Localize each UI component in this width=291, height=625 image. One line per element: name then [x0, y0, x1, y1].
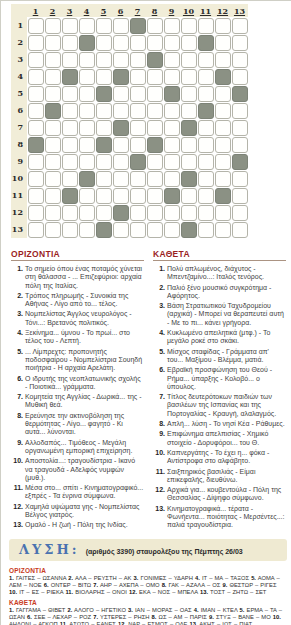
grid-cell-9-8[interactable]: [147, 154, 163, 170]
grid-cell-3-12[interactable]: [215, 52, 231, 68]
grid-cell-7-1[interactable]: [28, 120, 44, 136]
grid-cell-11-13[interactable]: [232, 188, 248, 204]
grid-cell-6-13[interactable]: [232, 103, 248, 119]
grid-cell-11-1[interactable]: [28, 188, 44, 204]
grid-cell-9-6[interactable]: [113, 154, 129, 170]
across-clue-text-10: Αποστολία...: τραγουδίστρια - Ικανό να τ…: [25, 457, 144, 482]
grid-cell-10-7[interactable]: [130, 171, 146, 187]
grid-block-cell-10-4: [79, 171, 95, 187]
across-clue-text-1: Το σημείο όπου ένας ποταμός χύνεται στη …: [25, 265, 144, 290]
grid-cell-2-3[interactable]: [62, 35, 78, 51]
grid-cell-3-3[interactable]: [62, 52, 78, 68]
across-clue-text-2: Τρόπος πληρωμής - Συνοικία της Αθήνας - …: [25, 292, 144, 309]
grid-cell-7-3[interactable]: [62, 120, 78, 136]
grid-cell-10-5[interactable]: [96, 171, 112, 187]
grid-block-cell-5-13: [232, 86, 248, 102]
across-clue-3: 3.Νομπελίστας Άγγλος νευρολόγος - Τόνι..…: [11, 310, 144, 327]
solution-down-header: ΚΑΘΕΤΑ: [9, 599, 285, 606]
solution-entry-number: 4.: [195, 575, 200, 581]
grid-cell-10-2[interactable]: [45, 171, 61, 187]
grid-cell-7-9[interactable]: [164, 120, 180, 136]
grid-cell-1-8[interactable]: [147, 18, 163, 34]
grid-cell-12-13[interactable]: [232, 205, 248, 221]
grid-cell-13-7[interactable]: [130, 222, 146, 238]
row-label-1: 1: [11, 17, 27, 34]
row-label-9: 9: [11, 153, 27, 170]
grid-cell-3-5[interactable]: [96, 52, 112, 68]
down-clue-number-2: 2.: [153, 284, 167, 301]
col-label-3: 3: [61, 4, 78, 17]
grid-cell-5-7[interactable]: [130, 86, 146, 102]
grid-cell-8-12[interactable]: [215, 137, 231, 153]
grid-cell-12-5[interactable]: [96, 205, 112, 221]
grid-cell-5-4[interactable]: [79, 86, 95, 102]
grid-cell-12-7[interactable]: [130, 205, 146, 221]
solution-entry-number: 6.: [27, 614, 32, 620]
down-clue-text-3: Βάση Στρατιωτικού Ταχυδρομείου (αρχικά) …: [167, 302, 286, 327]
grid-block-cell-12-6: [113, 205, 129, 221]
down-clue-number-1: 1.: [153, 265, 167, 282]
grid-cell-9-5[interactable]: [96, 154, 112, 170]
solution-entry-number: 3.: [134, 575, 139, 581]
col-label-1: 1: [27, 4, 44, 17]
solution-entry-number: 6.: [44, 582, 49, 588]
grid-cell-7-13[interactable]: [232, 120, 248, 136]
grid-cell-9-1[interactable]: [28, 154, 44, 170]
down-clue-number-13: 13.: [153, 505, 167, 530]
across-clue-13: 13.Ομαλό - Η ζωή - Πόλη της Ινδίας.: [11, 521, 144, 529]
solution-banner: ΛΥΣΗ: (αριθμός 3390) σταυρολέξου της Πέμ…: [9, 539, 287, 561]
grid-cell-2-1[interactable]: [28, 35, 44, 51]
across-clue-number-11: 11.: [11, 484, 25, 501]
grid-cell-9-2[interactable]: [45, 154, 61, 170]
solution-across-header: ΟΡΙΖΟΝΤΙΑ: [9, 567, 285, 574]
across-clue-text-11: Μέσα στο... σπίτι - Κινηματογραφικό... ε…: [25, 484, 144, 501]
grid-cell-11-4[interactable]: [79, 188, 95, 204]
down-clue-3: 3.Βάση Στρατιωτικού Ταχυδρομείου (αρχικά…: [153, 302, 286, 327]
grid-cell-6-1[interactable]: [28, 103, 44, 119]
across-clue-12: 12.Χαμηλά υψώματα γης - Νομπελίστας Βέλγ…: [11, 503, 144, 520]
grid-cell-6-8[interactable]: [147, 103, 163, 119]
grid-block-cell-5-5: [96, 86, 112, 102]
grid-block-cell-6-11: [198, 103, 214, 119]
grid-cell-7-5[interactable]: [96, 120, 112, 136]
grid-cell-10-8[interactable]: [147, 171, 163, 187]
solution-entry-number: 9.: [222, 582, 227, 588]
grid-cell-1-9[interactable]: [164, 18, 180, 34]
solution-entry-number: 11.: [65, 589, 73, 595]
across-clue-number-12: 12.: [11, 503, 25, 520]
down-clue-number-6: 6.: [153, 366, 167, 391]
grid-cell-7-8[interactable]: [147, 120, 163, 136]
col-label-7: 7: [129, 4, 146, 17]
grid-cell-13-13[interactable]: [232, 222, 248, 238]
solution-entry-number: 2.: [67, 607, 72, 613]
grid-cell-1-11[interactable]: [198, 18, 214, 34]
solution-entry-number: 5.: [251, 575, 256, 581]
across-clue-7: 7.Κομητεία της Αγγλίας - Δωρικά... της -…: [11, 393, 144, 410]
row-label-7: 7: [11, 119, 27, 136]
col-label-6: 6: [112, 4, 129, 17]
across-header: ΟΡΙΖΟΝΤΙΑ: [11, 249, 144, 261]
across-clue-number-9: 9.: [11, 439, 25, 456]
grid-cell-3-4[interactable]: [79, 52, 95, 68]
grid-cell-11-8[interactable]: [147, 188, 163, 204]
down-clue-1: 1.Πολύ απλωμένος, διάχυτος - Μπεντζαμίνο…: [153, 265, 286, 282]
grid-cell-13-11[interactable]: [198, 222, 214, 238]
row-label-13: 13: [11, 221, 27, 238]
grid-cell-9-9[interactable]: [164, 154, 180, 170]
col-label-12: 12: [214, 4, 231, 17]
grid-cell-6-10[interactable]: [181, 103, 197, 119]
grid-cell-4-4[interactable]: [79, 69, 95, 85]
grid-cell-5-2[interactable]: [45, 86, 61, 102]
grid-cell-3-1[interactable]: [28, 52, 44, 68]
grid-cell-11-10[interactable]: [181, 188, 197, 204]
down-clue-number-9: 9.: [153, 430, 167, 447]
down-clue-5: 5.Μίσχος σταφίδας - Γράμματα απ' του... …: [153, 348, 286, 365]
down-header: ΚΑΘΕΤΑ: [153, 249, 286, 261]
grid-block-cell-1-7: [130, 18, 146, 34]
grid-cell-2-5[interactable]: [96, 35, 112, 51]
col-label-2: 2: [44, 4, 61, 17]
grid-cell-8-4[interactable]: [79, 137, 95, 153]
across-clue-number-7: 7.: [11, 393, 25, 410]
grid-cell-8-10[interactable]: [181, 137, 197, 153]
grid-cell-2-8[interactable]: [147, 35, 163, 51]
grid-cell-11-7[interactable]: [130, 188, 146, 204]
grid-cell-6-5[interactable]: [96, 103, 112, 119]
crossword-board: 1234567891011121312345678910111213: [11, 4, 291, 238]
grid-block-cell-7-10: [181, 120, 197, 136]
solution-entry-number: 13.: [200, 589, 208, 595]
solution-entry-number: 5.: [240, 607, 245, 613]
down-clue-text-4: Κυκλωμένο απειλητικά (μτφ.) - Το μεγάλο …: [167, 329, 286, 346]
grid-cell-4-8[interactable]: [147, 69, 163, 85]
grid-cell-11-2[interactable]: [45, 188, 61, 204]
grid-block-cell-5-9: [164, 86, 180, 102]
solution-entry-number: 1.: [9, 607, 14, 613]
grid-cell-1-10[interactable]: [181, 18, 197, 34]
grid-block-cell-3-8: [147, 52, 163, 68]
grid-cell-5-8[interactable]: [147, 86, 163, 102]
grid-cell-5-3[interactable]: [62, 86, 78, 102]
grid-cell-13-4[interactable]: [79, 222, 95, 238]
col-label-10: 10: [180, 4, 197, 17]
row-label-8: 8: [11, 136, 27, 153]
grid-cell-10-1[interactable]: [28, 171, 44, 187]
down-clue-number-5: 5.: [153, 348, 167, 365]
across-clue-number-2: 2.: [11, 292, 25, 309]
grid-cell-8-6[interactable]: [113, 137, 129, 153]
down-clue-number-8: 8.: [153, 420, 167, 428]
grid-cell-2-2[interactable]: [45, 35, 61, 51]
grid-cell-9-4[interactable]: [79, 154, 95, 170]
across-clue-number-4: 4.: [11, 329, 25, 346]
grid-cell-12-8[interactable]: [147, 205, 163, 221]
across-clue-number-10: 10.: [11, 457, 25, 482]
down-clue-4: 4.Κυκλωμένο απειλητικά (μτφ.) - Το μεγάλ…: [153, 329, 286, 346]
down-clue-text-5: Μίσχος σταφίδας - Γράμματα απ' του... Μα…: [167, 348, 286, 365]
clues-section: ΟΡΙΖΟΝΤΙΑ 1.Το σημείο όπου ένας ποταμός …: [1, 249, 291, 532]
grid-cell-4-9[interactable]: [164, 69, 180, 85]
grid-cell-11-5[interactable]: [96, 188, 112, 204]
across-clue-number-1: 1.: [11, 265, 25, 290]
across-clue-6: 6.Ο ιδρυτής της νεοπλατωνικής σχολής - Π…: [11, 375, 144, 392]
grid-cell-3-6[interactable]: [113, 52, 129, 68]
down-clue-number-3: 3.: [153, 302, 167, 327]
grid-cell-1-12[interactable]: [215, 18, 231, 34]
grid-cell-2-12[interactable]: [215, 35, 231, 51]
row-label-2: 2: [11, 34, 27, 51]
grid-cell-4-1[interactable]: [28, 69, 44, 85]
grid-cell-13-1[interactable]: [28, 222, 44, 238]
grid-cell-3-7[interactable]: [130, 52, 146, 68]
grid-cell-3-11[interactable]: [198, 52, 214, 68]
grid-cell-7-12[interactable]: [215, 120, 231, 136]
grid-cell-9-10[interactable]: [181, 154, 197, 170]
grid-cell-2-9[interactable]: [164, 35, 180, 51]
down-clue-text-9: Επιφώνημα απελπισίας - Χημικό στοιχείο -…: [167, 430, 286, 447]
grid-cell-1-6[interactable]: [113, 18, 129, 34]
down-clue-8: 8.Απλή... λύση - Το νησί Κέα - Ράθυμες.: [153, 420, 286, 428]
grid-block-cell-11-9: [164, 188, 180, 204]
grid-block-cell-2-4: [79, 35, 95, 51]
grid-cell-2-7[interactable]: [130, 35, 146, 51]
grid-cell-4-7[interactable]: [130, 69, 146, 85]
across-clue-text-13: Ομαλό - Η ζωή - Πόλη της Ινδίας.: [25, 521, 144, 529]
grid-cell-3-9[interactable]: [164, 52, 180, 68]
grid-cell-8-9[interactable]: [164, 137, 180, 153]
grid-cell-8-13[interactable]: [232, 137, 248, 153]
solution-entry-number: 7.: [93, 582, 98, 588]
across-clue-text-6: Ο ιδρυτής της νεοπλατωνικής σχολής - Ποι…: [25, 375, 144, 392]
board-corner: [11, 4, 27, 17]
solution-entry-number: 10.: [273, 614, 281, 620]
across-clue-number-13: 13.: [11, 521, 25, 529]
grid-cell-10-9[interactable]: [164, 171, 180, 187]
row-label-3: 3: [11, 51, 27, 68]
solution-entry-number: 12.: [129, 589, 137, 595]
down-clue-number-10: 10.: [153, 449, 167, 466]
grid-cell-6-7[interactable]: [130, 103, 146, 119]
grid-cell-4-2[interactable]: [45, 69, 61, 85]
grid-cell-3-13[interactable]: [232, 52, 248, 68]
row-label-6: 6: [11, 102, 27, 119]
grid-block-cell-2-11: [198, 35, 214, 51]
down-clue-2: 2.Παλιό ξένο μουσικό συγκρότημα - Αφόρητ…: [153, 284, 286, 301]
grid-cell-4-5[interactable]: [96, 69, 112, 85]
grid-cell-9-11[interactable]: [198, 154, 214, 170]
grid-cell-10-11[interactable]: [198, 171, 214, 187]
grid-cell-10-6[interactable]: [113, 171, 129, 187]
grid-cell-5-11[interactable]: [198, 86, 214, 102]
grid-cell-10-12[interactable]: [215, 171, 231, 187]
grid-block-cell-6-2: [45, 103, 61, 119]
solution-section: ΟΡΙΖΟΝΤΙΑ 1. ΓΑΙΤΕΣ – ΩΣΑΝΝΑ 2. ΑΛΑ – ΡΕ…: [1, 561, 291, 625]
col-label-11: 11: [197, 4, 214, 17]
grid-block-cell-11-12: [215, 188, 231, 204]
grid-cell-1-1[interactable]: [28, 18, 44, 34]
grid-block-cell-10-10: [181, 171, 197, 187]
grid-cell-12-1[interactable]: [28, 205, 44, 221]
down-clue-text-10: Καπνεργάτης - Το έχει η... φόκα - Αντίστ…: [167, 449, 286, 466]
grid-cell-10-3[interactable]: [62, 171, 78, 187]
grid-cell-10-13[interactable]: [232, 171, 248, 187]
grid-cell-3-2[interactable]: [45, 52, 61, 68]
grid-cell-7-4[interactable]: [79, 120, 95, 136]
grid-cell-12-4[interactable]: [79, 205, 95, 221]
grid-cell-4-13[interactable]: [232, 69, 248, 85]
grid-cell-12-11[interactable]: [198, 205, 214, 221]
across-clue-number-6: 6.: [11, 375, 25, 392]
grid-cell-13-9[interactable]: [164, 222, 180, 238]
grid-cell-6-4[interactable]: [79, 103, 95, 119]
grid-cell-5-10[interactable]: [181, 86, 197, 102]
solution-entry-number: 9.: [209, 614, 214, 620]
down-clue-6: 6.Εβραϊκή προσφώνηση του Θεού - Ρήμα... …: [153, 366, 286, 391]
grid-cell-4-10[interactable]: [181, 69, 197, 85]
grid-cell-13-8[interactable]: [147, 222, 163, 238]
grid-cell-13-2[interactable]: [45, 222, 61, 238]
across-clue-text-4: Ξεκίνημα... ύμνου - Το πρωί... στο τέλος…: [25, 329, 144, 346]
down-clue-text-6: Εβραϊκή προσφώνηση του Θεού - Ρήμα... ύπ…: [167, 366, 286, 391]
row-label-4: 4: [11, 68, 27, 85]
row-label-11: 11: [11, 187, 27, 204]
down-clue-text-1: Πολύ απλωμένος, διάχυτος - Μπεντζαμίνο..…: [167, 265, 286, 282]
grid-cell-8-11[interactable]: [198, 137, 214, 153]
across-clue-text-7: Κομητεία της Αγγλίας - Δωρικά... της - Μ…: [25, 393, 144, 410]
solution-entry-number: 12.: [118, 621, 126, 625]
down-clue-text-2: Παλιό ξένο μουσικό συγκρότημα - Αφόρητος…: [167, 284, 286, 301]
solution-entry-number: 13.: [190, 621, 198, 625]
grid-cell-12-2[interactable]: [45, 205, 61, 221]
solution-entry-number: 10.: [9, 589, 17, 595]
grid-block-cell-8-5: [96, 137, 112, 153]
grid-cell-12-12[interactable]: [215, 205, 231, 221]
across-clue-text-9: Αλλοδαπός... Τιμόθεος - Μεγάλη οργανωμέν…: [25, 439, 144, 456]
across-clues-column: ΟΡΙΖΟΝΤΙΑ 1.Το σημείο όπου ένας ποταμός …: [11, 249, 144, 532]
grid-cell-11-11[interactable]: [198, 188, 214, 204]
across-clue-11: 11.Μέσα στο... σπίτι - Κινηματογραφικό..…: [11, 484, 144, 501]
down-clue-10: 10.Καπνεργάτης - Το έχει η... φόκα - Αντ…: [153, 449, 286, 466]
grid-cell-1-3[interactable]: [62, 18, 78, 34]
across-clue-2: 2.Τρόπος πληρωμής - Συνοικία της Αθήνας …: [11, 292, 144, 309]
grid-block-cell-13-10: [181, 222, 197, 238]
across-clue-1: 1.Το σημείο όπου ένας ποταμός χύνεται στ…: [11, 265, 144, 290]
solution-entry-number: 8.: [152, 614, 157, 620]
grid-cell-5-1[interactable]: [28, 86, 44, 102]
grid-cell-12-3[interactable]: [62, 205, 78, 221]
grid-cell-9-3[interactable]: [62, 154, 78, 170]
crossword-page: 1234567891011121312345678910111213 ΟΡΙΖΟ…: [0, 0, 291, 625]
grid-block-cell-8-1: [28, 137, 44, 153]
grid-cell-6-3[interactable]: [62, 103, 78, 119]
grid-cell-3-10[interactable]: [181, 52, 197, 68]
grid-cell-4-11[interactable]: [198, 69, 214, 85]
solution-down-text: 1. ΓΑΓΓΑΜΑ – ΘΙΒΕΤ 2. ΑΛΟΓΟ – ΗΓΕΤΙΚΟ 3.…: [9, 607, 285, 625]
grid-block-cell-4-6: [113, 69, 129, 85]
grid-block-cell-4-3: [62, 69, 78, 85]
down-clue-number-4: 4.: [153, 329, 167, 346]
across-clue-5: 5.... Λίμπρεχτς: προπονητής ποδοσφαίρου …: [11, 348, 144, 373]
down-clue-12: 12.Αρχικά για... κουβεντούλα - Πόλη της …: [153, 486, 286, 503]
solution-info: (αριθμός 3390) σταυρολέξου της Πέμπτης 2…: [86, 548, 243, 555]
solution-label: ΛΥΣΗ:: [19, 542, 80, 557]
grid-cell-2-13[interactable]: [232, 35, 248, 51]
down-clue-text-11: Σαιξπηρικός βασιλιάς - Είμαι επικεφαλής,…: [167, 468, 286, 485]
grid-cell-13-6[interactable]: [113, 222, 129, 238]
grid-cell-7-7[interactable]: [130, 120, 146, 136]
grid-cell-5-6[interactable]: [113, 86, 129, 102]
grid-cell-1-4[interactable]: [79, 18, 95, 34]
grid-cell-1-5[interactable]: [96, 18, 112, 34]
down-clue-7: 7.Τίτλος δευτερότοκων παιδιών των βασιλέ…: [153, 393, 286, 418]
grid-cell-1-2[interactable]: [45, 18, 61, 34]
across-clue-list: 1.Το σημείο όπου ένας ποταμός χύνεται στ…: [11, 265, 144, 530]
grid-cell-8-2[interactable]: [45, 137, 61, 153]
across-clue-text-8: Ερεύνησε την ακτινοβόληση της θερμότητας…: [25, 412, 144, 437]
across-clue-9: 9.Αλλοδαπός... Τιμόθεος - Μεγάλη οργανωμ…: [11, 439, 144, 456]
grid-cell-12-9[interactable]: [164, 205, 180, 221]
across-clue-4: 4.Ξεκίνημα... ύμνου - Το πρωί... στο τέλ…: [11, 329, 144, 346]
col-label-4: 4: [78, 4, 95, 17]
grid-cell-2-10[interactable]: [181, 35, 197, 51]
across-clue-number-5: 5.: [11, 348, 25, 373]
across-clue-8: 8.Ερεύνησε την ακτινοβόληση της θερμότητ…: [11, 412, 144, 437]
across-clue-text-12: Χαμηλά υψώματα γης - Νομπελίστας Βέλγος …: [25, 503, 144, 520]
across-clue-number-3: 3.: [11, 310, 25, 327]
row-label-10: 10: [11, 170, 27, 187]
solution-entry-number: 8.: [162, 582, 167, 588]
grid-block-cell-9-7: [130, 154, 146, 170]
down-clue-text-13: Κινηματογραφικά... τέρατα - Φωνήεντα... …: [167, 505, 286, 530]
grid-cell-8-3[interactable]: [62, 137, 78, 153]
grid-cell-6-12[interactable]: [215, 103, 231, 119]
down-clue-list: 1.Πολύ απλωμένος, διάχυτος - Μπεντζαμίνο…: [153, 265, 286, 530]
grid-cell-7-11[interactable]: [198, 120, 214, 136]
across-clue-text-3: Νομπελίστας Άγγλος νευρολόγος - Τόνι...:…: [25, 310, 144, 327]
down-clue-9: 9.Επιφώνημα απελπισίας - Χημικό στοιχείο…: [153, 430, 286, 447]
grid-cell-6-9[interactable]: [164, 103, 180, 119]
grid-cell-8-7[interactable]: [130, 137, 146, 153]
grid-cell-13-3[interactable]: [62, 222, 78, 238]
col-label-13: 13: [231, 4, 248, 17]
solution-entry-number: 11.: [60, 621, 68, 625]
grid-cell-5-12[interactable]: [215, 86, 231, 102]
grid-cell-6-6[interactable]: [113, 103, 129, 119]
grid-block-cell-7-6: [113, 120, 129, 136]
grid-block-cell-9-13: [232, 154, 248, 170]
solution-entry-number: 2.: [68, 575, 73, 581]
grid-cell-12-10[interactable]: [181, 205, 197, 221]
grid-cell-9-12[interactable]: [215, 154, 231, 170]
row-label-12: 12: [11, 204, 27, 221]
grid-cell-2-6[interactable]: [113, 35, 129, 51]
grid-cell-7-2[interactable]: [45, 120, 61, 136]
down-clue-text-7: Τίτλος δευτερότοκων παιδιών των βασιλέων…: [167, 393, 286, 418]
grid-cell-11-6[interactable]: [113, 188, 129, 204]
col-label-5: 5: [95, 4, 112, 17]
col-label-8: 8: [146, 4, 163, 17]
row-label-5: 5: [11, 85, 27, 102]
down-clue-11: 11.Σαιξπηρικός βασιλιάς - Είμαι επικεφαλ…: [153, 468, 286, 485]
across-clue-10: 10.Αποστολία...: τραγουδίστρια - Ικανό ν…: [11, 457, 144, 482]
down-clue-13: 13.Κινηματογραφικά... τέρατα - Φωνήεντα.…: [153, 505, 286, 530]
down-clue-number-12: 12.: [153, 486, 167, 503]
grid-cell-1-13[interactable]: [232, 18, 248, 34]
grid-cell-13-12[interactable]: [215, 222, 231, 238]
